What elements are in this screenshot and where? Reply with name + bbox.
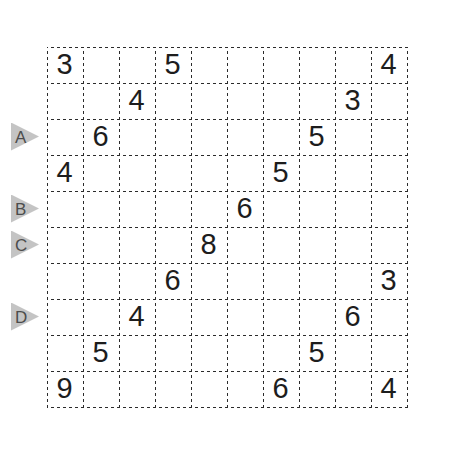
answer-marker-B: B — [11, 195, 39, 223]
cell-r7c1[interactable] — [47, 263, 83, 299]
answer-marker-C: C — [11, 231, 39, 259]
cell-r5c4[interactable] — [155, 191, 191, 227]
cell-r6c1[interactable] — [47, 227, 83, 263]
cell-r10c9[interactable] — [335, 371, 371, 407]
cell-r6c8[interactable] — [299, 227, 335, 263]
given-number: 5 — [92, 338, 108, 367]
given-number: 4 — [56, 158, 72, 187]
given-number: 3 — [380, 266, 396, 295]
grid-vline-8 — [335, 47, 336, 408]
cell-r2c6[interactable] — [227, 83, 263, 119]
cell-r9c5[interactable] — [191, 335, 227, 371]
grid-hline-5 — [47, 227, 408, 228]
given-number: 3 — [344, 86, 360, 115]
given-number: 4 — [380, 50, 396, 79]
puzzle-board: 35443654568634655964 — [47, 47, 408, 408]
cell-r7c5[interactable] — [191, 263, 227, 299]
cell-r10c10[interactable]: 4 — [371, 371, 407, 407]
cell-r1c4[interactable]: 5 — [155, 47, 191, 83]
cell-r5c5[interactable] — [191, 191, 227, 227]
given-number: 4 — [380, 374, 396, 403]
cell-r5c8[interactable] — [299, 191, 335, 227]
given-number: 5 — [308, 338, 324, 367]
grid-hline-8 — [47, 335, 408, 336]
cell-r3c1[interactable] — [47, 119, 83, 155]
cell-r4c5[interactable] — [191, 155, 227, 191]
cell-r1c2[interactable] — [83, 47, 119, 83]
cell-r1c3[interactable] — [119, 47, 155, 83]
cell-r5c3[interactable] — [119, 191, 155, 227]
cell-r2c1[interactable] — [47, 83, 83, 119]
answer-marker-letter: D — [15, 308, 27, 325]
cell-r6c9[interactable] — [335, 227, 371, 263]
grid-hline-9 — [47, 371, 408, 372]
answer-marker-letter: B — [15, 200, 26, 217]
answer-marker-D: D — [11, 303, 39, 331]
given-number: 6 — [164, 266, 180, 295]
cell-r3c8[interactable]: 5 — [299, 119, 335, 155]
cell-r4c3[interactable] — [119, 155, 155, 191]
puzzle-screen: 35443654568634655964 ABCD — [0, 0, 453, 454]
cell-r4c2[interactable] — [83, 155, 119, 191]
cell-r1c7[interactable] — [263, 47, 299, 83]
cell-r8c1[interactable] — [47, 299, 83, 335]
cell-r5c9[interactable] — [335, 191, 371, 227]
given-number: 8 — [200, 230, 216, 259]
cell-r2c8[interactable] — [299, 83, 335, 119]
grid-hline-6 — [47, 263, 408, 264]
cell-r7c7[interactable] — [263, 263, 299, 299]
cell-r2c10[interactable] — [371, 83, 407, 119]
answer-marker-A: A — [11, 123, 39, 151]
cell-r2c3[interactable]: 4 — [119, 83, 155, 119]
cell-r7c3[interactable] — [119, 263, 155, 299]
cell-r5c6[interactable]: 6 — [227, 191, 263, 227]
cell-r3c7[interactable] — [263, 119, 299, 155]
cell-r10c4[interactable] — [155, 371, 191, 407]
cell-r7c6[interactable] — [227, 263, 263, 299]
cell-r8c9[interactable]: 6 — [335, 299, 371, 335]
cell-r10c6[interactable] — [227, 371, 263, 407]
cell-r7c2[interactable] — [83, 263, 119, 299]
cell-r2c5[interactable] — [191, 83, 227, 119]
cell-r5c7[interactable] — [263, 191, 299, 227]
cell-r1c8[interactable] — [299, 47, 335, 83]
cell-r3c9[interactable] — [335, 119, 371, 155]
cell-r3c3[interactable] — [119, 119, 155, 155]
cell-r7c8[interactable] — [299, 263, 335, 299]
grid-vline-10 — [407, 47, 408, 408]
cell-r4c1[interactable]: 4 — [47, 155, 83, 191]
cell-r4c7[interactable]: 5 — [263, 155, 299, 191]
cell-r6c6[interactable] — [227, 227, 263, 263]
given-number: 9 — [56, 374, 72, 403]
cell-r6c10[interactable] — [371, 227, 407, 263]
given-number: 6 — [272, 374, 288, 403]
cell-r7c4[interactable]: 6 — [155, 263, 191, 299]
cell-r4c8[interactable] — [299, 155, 335, 191]
cell-r8c2[interactable] — [83, 299, 119, 335]
grid-hline-7 — [47, 299, 408, 300]
given-number: 6 — [344, 302, 360, 331]
cell-r2c9[interactable]: 3 — [335, 83, 371, 119]
given-number: 5 — [272, 158, 288, 187]
cell-r6c7[interactable] — [263, 227, 299, 263]
cell-r8c4[interactable] — [155, 299, 191, 335]
cell-r10c8[interactable] — [299, 371, 335, 407]
cell-r9c10[interactable] — [371, 335, 407, 371]
cell-r1c9[interactable] — [335, 47, 371, 83]
cell-r6c3[interactable] — [119, 227, 155, 263]
answer-marker-letter: C — [15, 236, 27, 253]
cell-r6c4[interactable] — [155, 227, 191, 263]
cell-r7c10[interactable]: 3 — [371, 263, 407, 299]
cell-r7c9[interactable] — [335, 263, 371, 299]
cell-r10c3[interactable] — [119, 371, 155, 407]
cell-r3c2[interactable]: 6 — [83, 119, 119, 155]
answer-marker-letter: A — [15, 128, 26, 145]
cell-r8c6[interactable] — [227, 299, 263, 335]
given-number: 4 — [128, 302, 144, 331]
given-number: 6 — [92, 122, 108, 151]
cell-r9c1[interactable] — [47, 335, 83, 371]
cell-r5c1[interactable] — [47, 191, 83, 227]
cell-r9c3[interactable] — [119, 335, 155, 371]
cell-r2c7[interactable] — [263, 83, 299, 119]
cell-r2c2[interactable] — [83, 83, 119, 119]
cell-r4c6[interactable] — [227, 155, 263, 191]
cell-r8c10[interactable] — [371, 299, 407, 335]
cell-r6c2[interactable] — [83, 227, 119, 263]
grid-vline-7 — [299, 47, 300, 408]
cell-r9c9[interactable] — [335, 335, 371, 371]
cell-r3c10[interactable] — [371, 119, 407, 155]
cell-r1c10[interactable]: 4 — [371, 47, 407, 83]
cell-r3c5[interactable] — [191, 119, 227, 155]
cell-r1c1[interactable]: 3 — [47, 47, 83, 83]
cell-r5c10[interactable] — [371, 191, 407, 227]
cell-r1c5[interactable] — [191, 47, 227, 83]
grid-vline-6 — [263, 47, 264, 408]
cell-r3c6[interactable] — [227, 119, 263, 155]
cell-r10c1[interactable]: 9 — [47, 371, 83, 407]
cell-r2c4[interactable] — [155, 83, 191, 119]
given-number: 5 — [308, 122, 324, 151]
given-number: 6 — [236, 194, 252, 223]
cell-r4c4[interactable] — [155, 155, 191, 191]
grid-vline-9 — [371, 47, 372, 408]
cell-r8c3[interactable]: 4 — [119, 299, 155, 335]
cell-r9c6[interactable] — [227, 335, 263, 371]
cell-r4c9[interactable] — [335, 155, 371, 191]
cell-r8c5[interactable] — [191, 299, 227, 335]
given-number: 3 — [56, 50, 72, 79]
cell-r9c4[interactable] — [155, 335, 191, 371]
cell-r6c5[interactable]: 8 — [191, 227, 227, 263]
given-number: 4 — [128, 86, 144, 115]
cell-r10c7[interactable]: 6 — [263, 371, 299, 407]
cell-r8c7[interactable] — [263, 299, 299, 335]
cell-r4c10[interactable] — [371, 155, 407, 191]
cell-r1c6[interactable] — [227, 47, 263, 83]
cell-r9c8[interactable]: 5 — [299, 335, 335, 371]
grid-hline-10 — [47, 407, 408, 408]
cell-r10c2[interactable] — [83, 371, 119, 407]
cell-r3c4[interactable] — [155, 119, 191, 155]
cell-r9c2[interactable]: 5 — [83, 335, 119, 371]
cell-r9c7[interactable] — [263, 335, 299, 371]
cell-r10c5[interactable] — [191, 371, 227, 407]
cell-r5c2[interactable] — [83, 191, 119, 227]
given-number: 5 — [164, 50, 180, 79]
cell-r8c8[interactable] — [299, 299, 335, 335]
